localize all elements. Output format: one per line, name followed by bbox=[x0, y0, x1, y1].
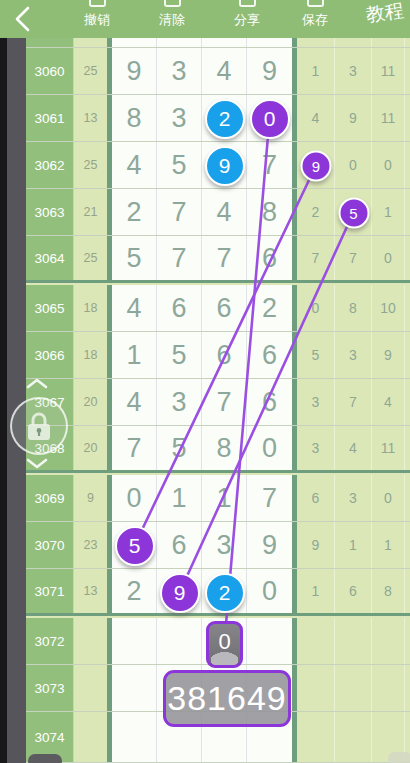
stat-cell[interactable]: 9 bbox=[335, 95, 372, 141]
lock-widget bbox=[0, 372, 80, 482]
digit-cell[interactable] bbox=[112, 665, 157, 711]
digit-cell[interactable] bbox=[202, 38, 247, 47]
stat-cell[interactable]: 7 bbox=[335, 379, 372, 425]
edge-cell bbox=[405, 522, 410, 568]
stat-cell[interactable] bbox=[297, 38, 335, 47]
circled-number-blue[interactable]: 2 bbox=[205, 99, 245, 139]
stat-cell[interactable]: 3 bbox=[297, 426, 335, 470]
chevron-down-icon[interactable] bbox=[26, 458, 48, 469]
edge-cell bbox=[405, 569, 410, 613]
digit-cell[interactable]: 0 bbox=[247, 569, 292, 613]
digit-cell[interactable] bbox=[157, 38, 202, 47]
edge-cell bbox=[405, 48, 410, 94]
toolbar: 撤销 清除 分享 保存 教程 bbox=[0, 0, 410, 38]
result-number-badge[interactable]: 381649 bbox=[163, 670, 291, 727]
digit-cell[interactable]: 2 bbox=[247, 285, 292, 331]
stat-cell[interactable]: 7 bbox=[335, 236, 372, 280]
issue-cell: 3063 bbox=[26, 189, 73, 235]
stat-cell[interactable]: 1 bbox=[372, 522, 405, 568]
digit-cell[interactable]: 6 bbox=[157, 522, 202, 568]
digit-cell[interactable] bbox=[247, 618, 292, 664]
bottom-left-cutoff-button[interactable] bbox=[28, 754, 62, 763]
sum-cell bbox=[73, 38, 107, 47]
digit-cell[interactable]: 7 bbox=[157, 236, 202, 280]
issue-cell: 3072 bbox=[26, 618, 73, 664]
stat-cell[interactable]: 1 bbox=[335, 522, 372, 568]
edge-cell bbox=[405, 285, 410, 331]
digit-cell[interactable]: 3 bbox=[157, 379, 202, 425]
bottom-right-cutoff-button[interactable] bbox=[388, 752, 410, 763]
stat-cell[interactable]: 9 bbox=[372, 332, 405, 378]
digit-cell[interactable]: 8 bbox=[112, 95, 157, 141]
stat-cell[interactable] bbox=[335, 712, 372, 762]
issue-cell: 3060 bbox=[26, 48, 73, 94]
digit-cell[interactable] bbox=[157, 618, 202, 664]
edge-cell bbox=[405, 379, 410, 425]
stat-cell[interactable]: 3 bbox=[335, 332, 372, 378]
save-button[interactable]: 保存 bbox=[302, 0, 328, 27]
lottery-chart-app: 3060259349131130611383204911306225459790… bbox=[0, 0, 410, 763]
digit-cell[interactable]: 6 bbox=[247, 332, 292, 378]
digit-cell[interactable]: 9 bbox=[112, 48, 157, 94]
stat-cell[interactable]: 5 bbox=[297, 332, 335, 378]
share-label: 分享 bbox=[234, 13, 260, 27]
chevron-up-icon[interactable] bbox=[26, 378, 48, 389]
sum-cell: 13 bbox=[73, 95, 107, 141]
digit-cell[interactable]: 8 bbox=[247, 189, 292, 235]
share-button[interactable]: 分享 bbox=[234, 0, 260, 27]
edge-cell bbox=[405, 426, 410, 470]
digit-cell[interactable]: 9 bbox=[247, 522, 292, 568]
digit-cell[interactable] bbox=[247, 38, 292, 47]
circled-number-purple[interactable]: 9 bbox=[301, 150, 332, 181]
table-row: 3064255776770 bbox=[26, 236, 410, 283]
stat-cell[interactable] bbox=[372, 38, 405, 47]
sum-cell: 13 bbox=[73, 569, 107, 613]
digit-cell[interactable]: 7 bbox=[247, 142, 292, 188]
stat-cell[interactable] bbox=[372, 665, 405, 711]
stat-cell[interactable]: 7 bbox=[297, 236, 335, 280]
digit-cell[interactable] bbox=[112, 38, 157, 47]
circled-number-blue[interactable]: 2 bbox=[205, 573, 245, 613]
digit-cell[interactable]: 4 bbox=[112, 285, 157, 331]
undo-icon bbox=[89, 0, 106, 7]
stat-cell[interactable]: 1 bbox=[372, 189, 405, 235]
stat-cell[interactable]: 8 bbox=[335, 285, 372, 331]
undo-button[interactable]: 撤销 bbox=[84, 0, 110, 27]
stat-cell[interactable]: 1 bbox=[297, 569, 335, 613]
stat-cell[interactable]: 3 bbox=[335, 475, 372, 521]
circled-number-purple[interactable]: 9 bbox=[160, 573, 200, 613]
edge-cell bbox=[405, 142, 410, 188]
issue-cell bbox=[26, 38, 73, 47]
edge-cell bbox=[405, 38, 410, 47]
stat-cell[interactable]: 0 bbox=[335, 142, 372, 188]
stat-cell[interactable]: 6 bbox=[335, 569, 372, 613]
digit-cell[interactable]: 6 bbox=[247, 379, 292, 425]
digit-cell[interactable]: 4 bbox=[112, 142, 157, 188]
circled-number-purple[interactable]: 5 bbox=[115, 526, 155, 566]
stat-cell[interactable]: 11 bbox=[372, 95, 405, 141]
digit-cell[interactable]: 7 bbox=[157, 189, 202, 235]
stat-cell[interactable]: 4 bbox=[297, 95, 335, 141]
edge-cell bbox=[405, 236, 410, 280]
stat-cell[interactable]: 6 bbox=[297, 475, 335, 521]
digit-cell[interactable]: 4 bbox=[202, 48, 247, 94]
sum-cell bbox=[73, 665, 107, 711]
digit-cell[interactable]: 1 bbox=[112, 332, 157, 378]
digit-cell[interactable]: 3 bbox=[202, 522, 247, 568]
digit-cell[interactable]: 2 bbox=[112, 569, 157, 613]
issue-cell: 3062 bbox=[26, 142, 73, 188]
digit-cell[interactable]: 5 bbox=[157, 332, 202, 378]
digit-cell[interactable]: 6 bbox=[202, 285, 247, 331]
stat-cell[interactable]: 0 bbox=[372, 142, 405, 188]
sum-cell: 25 bbox=[73, 142, 107, 188]
lock-icon bbox=[24, 410, 54, 442]
circled-number-blue[interactable]: 9 bbox=[205, 146, 245, 186]
edge-cell bbox=[405, 189, 410, 235]
save-label: 保存 bbox=[302, 13, 328, 27]
stat-cell[interactable] bbox=[297, 665, 335, 711]
issue-cell: 3071 bbox=[26, 569, 73, 613]
table-row: 3066181566539 bbox=[26, 332, 410, 379]
undo-label: 撤销 bbox=[84, 13, 110, 27]
stat-cell[interactable]: 8 bbox=[372, 569, 405, 613]
stat-cell[interactable]: 2 bbox=[297, 189, 335, 235]
digit-cell[interactable]: 7 bbox=[247, 475, 292, 521]
table-row-partial bbox=[26, 38, 410, 48]
table-row: 306990117630 bbox=[26, 475, 410, 522]
digit-cell[interactable]: 2 bbox=[112, 189, 157, 235]
digit-cell[interactable]: 0 bbox=[112, 475, 157, 521]
digit-cell[interactable]: 9 bbox=[247, 48, 292, 94]
stat-cell[interactable]: 4 bbox=[335, 426, 372, 470]
edge-cell bbox=[405, 95, 410, 141]
issue-cell: 3065 bbox=[26, 285, 73, 331]
stat-cell[interactable] bbox=[372, 618, 405, 664]
digit-cell[interactable] bbox=[112, 712, 157, 762]
save-icon bbox=[307, 0, 324, 7]
digit-cell[interactable]: 6 bbox=[157, 285, 202, 331]
issue-cell: 3070 bbox=[26, 522, 73, 568]
stat-cell[interactable]: 11 bbox=[372, 48, 405, 94]
stat-cell[interactable]: 3 bbox=[297, 379, 335, 425]
digit-cell[interactable]: 7 bbox=[112, 426, 157, 470]
edge-cell bbox=[405, 665, 410, 711]
digit-cell[interactable]: 4 bbox=[202, 189, 247, 235]
lock-button[interactable] bbox=[10, 397, 68, 455]
stat-cell[interactable]: 3 bbox=[335, 48, 372, 94]
table-row: 30651846620810 bbox=[26, 285, 410, 332]
stat-cell[interactable]: 10 bbox=[372, 285, 405, 331]
stat-cell[interactable] bbox=[335, 618, 372, 664]
digit-cell[interactable]: 0 bbox=[247, 426, 292, 470]
stat-cell[interactable]: 4 bbox=[372, 379, 405, 425]
clear-icon bbox=[164, 0, 181, 7]
digit-cell[interactable]: 1 bbox=[157, 475, 202, 521]
digit-cell[interactable]: 1 bbox=[202, 475, 247, 521]
issue-cell: 3073 bbox=[26, 665, 73, 711]
stat-cell[interactable]: 9 bbox=[297, 522, 335, 568]
digit-cell[interactable]: 7 bbox=[202, 236, 247, 280]
table-row: 3067204376374 bbox=[26, 379, 410, 426]
table-row: 30682075803411 bbox=[26, 426, 410, 473]
digit-cell[interactable]: 3 bbox=[157, 95, 202, 141]
table-row: 30602593491311 bbox=[26, 48, 410, 95]
digit-cell[interactable] bbox=[112, 618, 157, 664]
sum-cell: 25 bbox=[73, 48, 107, 94]
stat-cell[interactable] bbox=[297, 712, 335, 762]
digit-cell[interactable]: 8 bbox=[202, 426, 247, 470]
sum-cell: 23 bbox=[73, 522, 107, 568]
sum-cell: 21 bbox=[73, 189, 107, 235]
clear-label: 清除 bbox=[159, 13, 185, 27]
stat-cell[interactable] bbox=[335, 38, 372, 47]
digit-cell[interactable]: 6 bbox=[202, 332, 247, 378]
stat-cell[interactable]: 1 bbox=[297, 48, 335, 94]
edge-cell bbox=[405, 475, 410, 521]
sum-cell bbox=[73, 618, 107, 664]
selected-number-box[interactable]: 0 bbox=[206, 621, 243, 668]
circled-number-purple[interactable]: 0 bbox=[250, 99, 290, 139]
digit-cell[interactable]: 6 bbox=[247, 236, 292, 280]
digit-cell[interactable]: 4 bbox=[112, 379, 157, 425]
digit-cell[interactable]: 5 bbox=[157, 142, 202, 188]
sum-cell: 25 bbox=[73, 236, 107, 280]
stat-cell[interactable]: 0 bbox=[297, 285, 335, 331]
digit-cell[interactable]: 3 bbox=[157, 48, 202, 94]
digit-cell[interactable]: 5 bbox=[112, 236, 157, 280]
table-row: 3070235639911 bbox=[26, 522, 410, 569]
stat-cell[interactable] bbox=[335, 665, 372, 711]
stat-cell[interactable]: 0 bbox=[372, 236, 405, 280]
circled-number-purple[interactable]: 5 bbox=[338, 197, 369, 228]
edge-cell bbox=[405, 618, 410, 664]
stat-cell[interactable]: 11 bbox=[372, 426, 405, 470]
digit-cell[interactable]: 7 bbox=[202, 379, 247, 425]
stat-cell[interactable]: 0 bbox=[372, 475, 405, 521]
sum-cell bbox=[73, 712, 107, 762]
share-icon bbox=[239, 0, 256, 7]
clear-button[interactable]: 清除 bbox=[159, 0, 185, 27]
issue-cell: 3064 bbox=[26, 236, 73, 280]
back-button[interactable] bbox=[10, 4, 36, 34]
stat-cell[interactable] bbox=[297, 618, 335, 664]
digit-cell[interactable]: 5 bbox=[157, 426, 202, 470]
sum-cell: 18 bbox=[73, 285, 107, 331]
tutorial-button[interactable]: 教程 bbox=[364, 0, 405, 29]
edge-cell bbox=[405, 332, 410, 378]
issue-cell: 3061 bbox=[26, 95, 73, 141]
